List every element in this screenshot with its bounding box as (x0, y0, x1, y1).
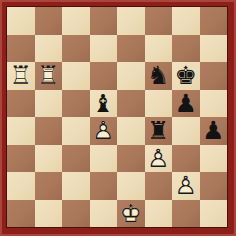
piece-black-rook: ♜ (145, 117, 173, 145)
square-e6[interactable] (117, 62, 145, 90)
square-d6[interactable] (90, 62, 118, 90)
square-b5[interactable] (35, 90, 63, 118)
square-b4[interactable] (35, 117, 63, 145)
piece-white-rook: ♖ (7, 62, 35, 90)
square-b6[interactable]: ♜♖ (35, 62, 63, 90)
square-b1[interactable] (35, 200, 63, 228)
square-d8[interactable] (90, 7, 118, 35)
piece-white-king: ♔ (117, 200, 145, 228)
square-h2[interactable] (200, 172, 228, 200)
square-c7[interactable] (62, 35, 90, 63)
square-e4[interactable] (117, 117, 145, 145)
square-d4[interactable]: ♟♙ (90, 117, 118, 145)
piece-black-knight: ♞ (145, 62, 173, 90)
square-e2[interactable] (117, 172, 145, 200)
square-c3[interactable] (62, 145, 90, 173)
square-e5[interactable] (117, 90, 145, 118)
square-e8[interactable] (117, 7, 145, 35)
square-a6[interactable]: ♜♖ (7, 62, 35, 90)
square-a2[interactable] (7, 172, 35, 200)
square-h6[interactable] (200, 62, 228, 90)
square-f6[interactable]: ♞ (145, 62, 173, 90)
square-h5[interactable] (200, 90, 228, 118)
square-a1[interactable] (7, 200, 35, 228)
square-b3[interactable] (35, 145, 63, 173)
square-b2[interactable] (35, 172, 63, 200)
square-b7[interactable] (35, 35, 63, 63)
square-a7[interactable] (7, 35, 35, 63)
square-f5[interactable] (145, 90, 173, 118)
square-h4[interactable]: ♟ (200, 117, 228, 145)
square-b8[interactable] (35, 7, 63, 35)
piece-white-pawn-fill: ♟ (172, 172, 200, 200)
square-c2[interactable] (62, 172, 90, 200)
square-c5[interactable] (62, 90, 90, 118)
square-e3[interactable] (117, 145, 145, 173)
square-d2[interactable] (90, 172, 118, 200)
square-a4[interactable] (7, 117, 35, 145)
square-f1[interactable] (145, 200, 173, 228)
piece-white-pawn-fill: ♟ (90, 117, 118, 145)
piece-white-pawn: ♙ (172, 172, 200, 200)
square-g4[interactable] (172, 117, 200, 145)
square-g3[interactable] (172, 145, 200, 173)
piece-white-pawn-fill: ♟ (145, 145, 173, 173)
square-f8[interactable] (145, 7, 173, 35)
square-h8[interactable] (200, 7, 228, 35)
square-e7[interactable] (117, 35, 145, 63)
square-e1[interactable]: ♚♔ (117, 200, 145, 228)
square-c8[interactable] (62, 7, 90, 35)
square-g8[interactable] (172, 7, 200, 35)
piece-white-pawn: ♙ (90, 117, 118, 145)
board-frame: ♜♖♜♖♞♚♝♟♟♙♜♟♟♙♟♙♚♔ (0, 0, 236, 236)
square-g1[interactable] (172, 200, 200, 228)
piece-black-pawn: ♟ (200, 117, 228, 145)
square-g5[interactable]: ♟ (172, 90, 200, 118)
square-c4[interactable] (62, 117, 90, 145)
square-h7[interactable] (200, 35, 228, 63)
square-f2[interactable] (145, 172, 173, 200)
square-a5[interactable] (7, 90, 35, 118)
piece-black-king: ♚ (172, 62, 200, 90)
square-f7[interactable] (145, 35, 173, 63)
square-d3[interactable] (90, 145, 118, 173)
square-g6[interactable]: ♚ (172, 62, 200, 90)
piece-white-rook: ♖ (35, 62, 63, 90)
square-c6[interactable] (62, 62, 90, 90)
square-a8[interactable] (7, 7, 35, 35)
piece-white-rook-fill: ♜ (35, 62, 63, 90)
square-c1[interactable] (62, 200, 90, 228)
piece-black-pawn: ♟ (172, 90, 200, 118)
chess-board: ♜♖♜♖♞♚♝♟♟♙♜♟♟♙♟♙♚♔ (7, 7, 227, 227)
piece-black-bishop: ♝ (90, 90, 118, 118)
piece-white-rook-fill: ♜ (7, 62, 35, 90)
square-h3[interactable] (200, 145, 228, 173)
square-f3[interactable]: ♟♙ (145, 145, 173, 173)
square-d5[interactable]: ♝ (90, 90, 118, 118)
square-f4[interactable]: ♜ (145, 117, 173, 145)
piece-white-king-fill: ♚ (117, 200, 145, 228)
square-a3[interactable] (7, 145, 35, 173)
piece-white-pawn: ♙ (145, 145, 173, 173)
square-d1[interactable] (90, 200, 118, 228)
square-h1[interactable] (200, 200, 228, 228)
square-g7[interactable] (172, 35, 200, 63)
square-d7[interactable] (90, 35, 118, 63)
square-g2[interactable]: ♟♙ (172, 172, 200, 200)
